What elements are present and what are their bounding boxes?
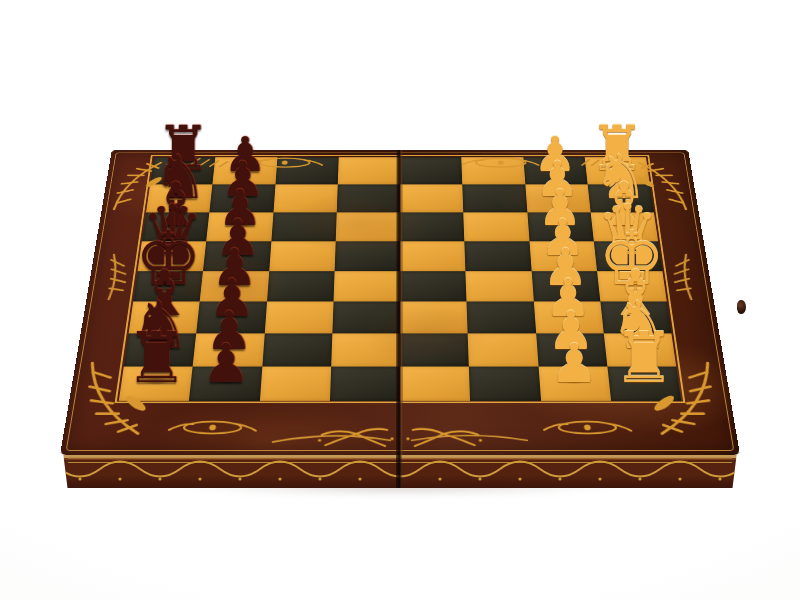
piece-dark-rook[interactable]: ♜ — [125, 323, 187, 393]
piece-light-rook[interactable]: ♜ — [613, 323, 675, 393]
piece-dark-pawn[interactable]: ♟ — [202, 337, 250, 391]
box-front-face — [60, 455, 740, 488]
front-fold-gap — [396, 455, 402, 488]
clasp-hinge — [737, 300, 746, 314]
piece-light-pawn[interactable]: ♟ — [550, 337, 598, 391]
chess-box-photo: ♜♞♝♛♚♝♞♜♟♟♟♟♟♟♟♟♟♟♟♟♟♟♟♟♜♞♝♛♚♝♞♜ — [0, 0, 800, 600]
fold-hinge-gap — [396, 150, 403, 455]
